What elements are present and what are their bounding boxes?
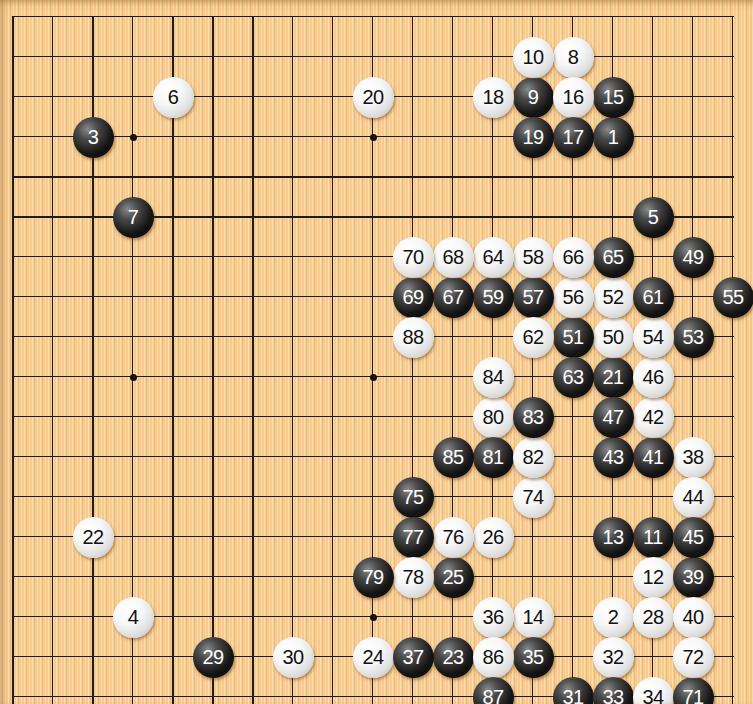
white-stone-72[interactable]: 72: [673, 637, 714, 678]
black-stone-13[interactable]: 13: [593, 517, 634, 558]
black-stone-5[interactable]: 5: [633, 197, 674, 238]
black-stone-77[interactable]: 77: [393, 517, 434, 558]
white-stone-86[interactable]: 86: [473, 637, 514, 678]
white-stone-44[interactable]: 44: [673, 477, 714, 518]
black-stone-43[interactable]: 43: [593, 437, 634, 478]
black-stone-9[interactable]: 9: [513, 77, 554, 118]
white-stone-66[interactable]: 66: [553, 237, 594, 278]
white-stone-18[interactable]: 18: [473, 77, 514, 118]
white-stone-58[interactable]: 58: [513, 237, 554, 278]
white-stone-64[interactable]: 64: [473, 237, 514, 278]
white-stone-32[interactable]: 32: [593, 637, 634, 678]
black-stone-49[interactable]: 49: [673, 237, 714, 278]
white-stone-52[interactable]: 52: [593, 277, 634, 318]
white-stone-40[interactable]: 40: [673, 597, 714, 638]
white-stone-78[interactable]: 78: [393, 557, 434, 598]
black-stone-75[interactable]: 75: [393, 477, 434, 518]
white-stone-36[interactable]: 36: [473, 597, 514, 638]
black-stone-39[interactable]: 39: [673, 557, 714, 598]
white-stone-10[interactable]: 10: [513, 37, 554, 78]
black-stone-35[interactable]: 35: [513, 637, 554, 678]
white-stone-6[interactable]: 6: [153, 77, 194, 118]
black-stone-53[interactable]: 53: [673, 317, 714, 358]
white-stone-50[interactable]: 50: [593, 317, 634, 358]
black-stone-11[interactable]: 11: [633, 517, 674, 558]
white-stone-62[interactable]: 62: [513, 317, 554, 358]
white-stone-22[interactable]: 22: [73, 517, 114, 558]
white-stone-20[interactable]: 20: [353, 77, 394, 118]
white-stone-24[interactable]: 24: [353, 637, 394, 678]
black-stone-47[interactable]: 47: [593, 397, 634, 438]
black-stone-79[interactable]: 79: [353, 557, 394, 598]
black-stone-37[interactable]: 37: [393, 637, 434, 678]
white-stone-2[interactable]: 2: [593, 597, 634, 638]
black-stone-17[interactable]: 17: [553, 117, 594, 158]
white-stone-38[interactable]: 38: [673, 437, 714, 478]
white-stone-8[interactable]: 8: [553, 37, 594, 78]
white-stone-28[interactable]: 28: [633, 597, 674, 638]
black-stone-83[interactable]: 83: [513, 397, 554, 438]
black-stone-23[interactable]: 23: [433, 637, 474, 678]
black-stone-21[interactable]: 21: [593, 357, 634, 398]
black-stone-3[interactable]: 3: [73, 117, 114, 158]
black-stone-57[interactable]: 57: [513, 277, 554, 318]
black-stone-63[interactable]: 63: [553, 357, 594, 398]
black-stone-67[interactable]: 67: [433, 277, 474, 318]
black-stone-59[interactable]: 59: [473, 277, 514, 318]
black-stone-29[interactable]: 29: [193, 637, 234, 678]
white-stone-30[interactable]: 30: [273, 637, 314, 678]
black-stone-19[interactable]: 19: [513, 117, 554, 158]
black-stone-61[interactable]: 61: [633, 277, 674, 318]
black-stone-51[interactable]: 51: [553, 317, 594, 358]
black-stone-7[interactable]: 7: [113, 197, 154, 238]
white-stone-54[interactable]: 54: [633, 317, 674, 358]
white-stone-46[interactable]: 46: [633, 357, 674, 398]
white-stone-42[interactable]: 42: [633, 397, 674, 438]
black-stone-81[interactable]: 81: [473, 437, 514, 478]
white-stone-26[interactable]: 26: [473, 517, 514, 558]
white-stone-4[interactable]: 4: [113, 597, 154, 638]
black-stone-41[interactable]: 41: [633, 437, 674, 478]
white-stone-88[interactable]: 88: [393, 317, 434, 358]
white-stone-84[interactable]: 84: [473, 357, 514, 398]
black-stone-85[interactable]: 85: [433, 437, 474, 478]
white-stone-14[interactable]: 14: [513, 597, 554, 638]
black-stone-65[interactable]: 65: [593, 237, 634, 278]
white-stone-16[interactable]: 16: [553, 77, 594, 118]
black-stone-1[interactable]: 1: [593, 117, 634, 158]
white-stone-82[interactable]: 82: [513, 437, 554, 478]
white-stone-74[interactable]: 74: [513, 477, 554, 518]
white-stone-80[interactable]: 80: [473, 397, 514, 438]
black-stone-25[interactable]: 25: [433, 557, 474, 598]
black-stone-69[interactable]: 69: [393, 277, 434, 318]
white-stone-56[interactable]: 56: [553, 277, 594, 318]
white-stone-70[interactable]: 70: [393, 237, 434, 278]
white-stone-68[interactable]: 68: [433, 237, 474, 278]
white-stone-12[interactable]: 12: [633, 557, 674, 598]
go-board[interactable]: 1234567891011121314151617181920212223242…: [0, 0, 753, 704]
black-stone-15[interactable]: 15: [593, 77, 634, 118]
black-stone-55[interactable]: 55: [713, 277, 753, 318]
black-stone-45[interactable]: 45: [673, 517, 714, 558]
white-stone-76[interactable]: 76: [433, 517, 474, 558]
